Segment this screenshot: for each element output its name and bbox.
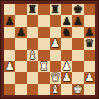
square-c2[interactable] [27,72,38,83]
square-h1[interactable] [84,84,95,95]
square-c1[interactable] [27,84,38,95]
square-b1[interactable] [15,84,26,95]
square-e6[interactable] [50,27,61,38]
square-d2[interactable] [38,72,49,83]
black-pawn[interactable]: ♟ [73,16,83,27]
square-e4[interactable] [50,50,61,61]
square-a6[interactable] [4,27,15,38]
white-rook[interactable]: ♜ [39,61,49,72]
square-d7[interactable] [38,15,49,26]
white-pawn[interactable]: ♟ [5,61,15,72]
square-c5[interactable] [27,38,38,49]
black-rook[interactable]: ♜ [28,4,38,15]
square-f4[interactable] [61,50,72,61]
square-d8[interactable] [38,4,49,15]
white-bishop[interactable]: ♝ [28,50,38,61]
white-king[interactable]: ♚ [73,84,83,95]
square-h5[interactable]: ♛ [84,38,95,49]
square-h3[interactable] [84,61,95,72]
square-b7[interactable] [15,15,26,26]
square-h6[interactable]: ♟ [84,27,95,38]
square-h4[interactable] [84,50,95,61]
square-b5[interactable] [15,38,26,49]
square-b2[interactable] [15,72,26,83]
square-d3[interactable]: ♜ [38,61,49,72]
square-a7[interactable]: ♟ [4,15,15,26]
square-e1[interactable]: ♝ [50,84,61,95]
square-e8[interactable]: ♜ [50,4,61,15]
square-f3[interactable]: ♟ [61,61,72,72]
square-g1[interactable]: ♚ [72,84,83,95]
black-queen[interactable]: ♛ [84,38,94,49]
square-g3[interactable] [72,61,83,72]
white-bishop[interactable]: ♝ [50,84,60,95]
square-c3[interactable] [27,61,38,72]
black-rook[interactable]: ♜ [50,4,60,15]
chess-board: ♜♜♚♟♟♟♟♞♟♟♛♝♟♜♟♛♟♟♝♚ [4,4,95,95]
square-g8[interactable]: ♚ [72,4,83,15]
square-h7[interactable] [84,15,95,26]
square-d4[interactable] [38,50,49,61]
square-h8[interactable] [84,4,95,15]
square-e2[interactable]: ♛ [50,72,61,83]
square-a1[interactable] [4,84,15,95]
square-b3[interactable] [15,61,26,72]
black-pawn[interactable]: ♟ [84,27,94,38]
square-b4[interactable] [15,50,26,61]
square-g5[interactable] [72,38,83,49]
square-e3[interactable] [50,61,61,72]
white-pawn[interactable]: ♟ [50,38,60,49]
square-f7[interactable]: ♟ [61,15,72,26]
square-d1[interactable] [38,84,49,95]
square-c4[interactable]: ♝ [27,50,38,61]
square-g6[interactable] [72,27,83,38]
square-e5[interactable]: ♟ [50,38,61,49]
square-f1[interactable] [61,84,72,95]
square-b6[interactable]: ♟ [15,27,26,38]
square-g4[interactable] [72,50,83,61]
square-e7[interactable] [50,15,61,26]
square-a3[interactable]: ♟ [4,61,15,72]
square-a2[interactable] [4,72,15,83]
square-a4[interactable] [4,50,15,61]
chess-board-frame: ♜♜♚♟♟♟♟♞♟♟♛♝♟♜♟♛♟♟♝♚ [0,0,99,99]
square-f2[interactable]: ♟ [61,72,72,83]
black-pawn[interactable]: ♟ [5,16,15,27]
square-g2[interactable] [72,72,83,83]
white-queen[interactable]: ♛ [50,72,60,83]
black-pawn[interactable]: ♟ [16,27,26,38]
square-f8[interactable] [61,4,72,15]
black-pawn[interactable]: ♟ [62,16,72,27]
square-a5[interactable] [4,38,15,49]
square-h2[interactable]: ♟ [84,72,95,83]
square-f6[interactable]: ♞ [61,27,72,38]
black-king[interactable]: ♚ [73,4,83,15]
square-d5[interactable] [38,38,49,49]
white-pawn[interactable]: ♟ [84,72,94,83]
square-g7[interactable]: ♟ [72,15,83,26]
square-c8[interactable]: ♜ [27,4,38,15]
white-pawn[interactable]: ♟ [62,61,72,72]
square-a8[interactable] [4,4,15,15]
square-c7[interactable] [27,15,38,26]
square-d6[interactable] [38,27,49,38]
white-pawn[interactable]: ♟ [62,72,72,83]
square-f5[interactable] [61,38,72,49]
black-knight[interactable]: ♞ [62,27,72,38]
square-b8[interactable] [15,4,26,15]
square-c6[interactable] [27,27,38,38]
